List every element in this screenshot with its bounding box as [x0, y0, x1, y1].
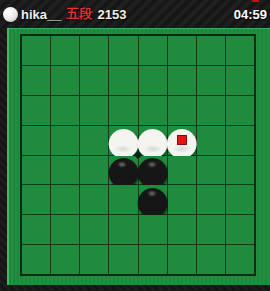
- board-cell-g2[interactable]: [197, 66, 225, 95]
- board-cell-d7[interactable]: [109, 215, 137, 244]
- board-cell-c1[interactable]: [80, 36, 108, 65]
- board-cell-d3[interactable]: [109, 96, 137, 125]
- board-cell-h7[interactable]: [226, 215, 254, 244]
- board-cell-a5[interactable]: [22, 156, 50, 185]
- board-cell-a4[interactable]: [22, 126, 50, 155]
- player-clock: 04:59: [234, 7, 267, 22]
- board-cell-c6[interactable]: [80, 185, 108, 214]
- othello-board: ●●●●●●: [20, 34, 256, 276]
- board-cell-c7[interactable]: [80, 215, 108, 244]
- board-cell-f2[interactable]: [168, 66, 196, 95]
- board-cell-c4[interactable]: [80, 126, 108, 155]
- board-cell-e3[interactable]: [139, 96, 167, 125]
- black-disc: ●: [109, 156, 137, 185]
- board-cell-d6[interactable]: [109, 185, 137, 214]
- board-cell-h8[interactable]: [226, 245, 254, 274]
- black-disc: ●: [139, 156, 167, 185]
- board-cell-d2[interactable]: [109, 66, 137, 95]
- board-cell-e2[interactable]: [139, 66, 167, 95]
- player-disc-color-icon: [3, 7, 18, 22]
- last-move-marker: [177, 135, 187, 145]
- board-cell-b3[interactable]: [51, 96, 79, 125]
- board-cell-f5[interactable]: [168, 156, 196, 185]
- player-rank: 五段: [66, 5, 92, 23]
- board-cell-c3[interactable]: [80, 96, 108, 125]
- board-cell-b1[interactable]: [51, 36, 79, 65]
- board-cell-e6[interactable]: ●: [139, 185, 167, 214]
- board-cell-h5[interactable]: [226, 156, 254, 185]
- board-panel: ●●●●●●: [7, 28, 270, 285]
- board-cell-f8[interactable]: [168, 245, 196, 274]
- board-cell-b7[interactable]: [51, 215, 79, 244]
- timer-tick-mark: [252, 0, 259, 2]
- board-cell-g1[interactable]: [197, 36, 225, 65]
- board-cell-a1[interactable]: [22, 36, 50, 65]
- board-cell-g4[interactable]: [197, 126, 225, 155]
- black-disc: ●: [139, 185, 167, 214]
- board-cell-d8[interactable]: [109, 245, 137, 274]
- board-cell-f4[interactable]: ●: [168, 126, 196, 155]
- board-cell-d1[interactable]: [109, 36, 137, 65]
- board-cell-c5[interactable]: [80, 156, 108, 185]
- game-screen: hika__ 五段 2153 04:59 ●●●●●●: [0, 0, 270, 291]
- board-cell-f6[interactable]: [168, 185, 196, 214]
- board-cell-e8[interactable]: [139, 245, 167, 274]
- board-cell-h3[interactable]: [226, 96, 254, 125]
- board-cell-b6[interactable]: [51, 185, 79, 214]
- white-disc: ●: [109, 126, 137, 155]
- board-cell-d5[interactable]: ●: [109, 156, 137, 185]
- board-cell-b8[interactable]: [51, 245, 79, 274]
- opponent-info-bar: hika__ 五段 2153 04:59: [0, 0, 270, 28]
- board-cell-h1[interactable]: [226, 36, 254, 65]
- board-cell-a7[interactable]: [22, 215, 50, 244]
- board-cell-f1[interactable]: [168, 36, 196, 65]
- board-cell-g3[interactable]: [197, 96, 225, 125]
- board-cell-e4[interactable]: ●: [139, 126, 167, 155]
- board-cell-g6[interactable]: [197, 185, 225, 214]
- board-cell-b5[interactable]: [51, 156, 79, 185]
- board-cell-h2[interactable]: [226, 66, 254, 95]
- player-name: hika__: [21, 7, 61, 22]
- board-cell-e5[interactable]: ●: [139, 156, 167, 185]
- board-cell-c2[interactable]: [80, 66, 108, 95]
- board-cell-h6[interactable]: [226, 185, 254, 214]
- board-cell-e7[interactable]: [139, 215, 167, 244]
- board-cell-a6[interactable]: [22, 185, 50, 214]
- board-cell-a2[interactable]: [22, 66, 50, 95]
- board-cell-f3[interactable]: [168, 96, 196, 125]
- board-cell-e1[interactable]: [139, 36, 167, 65]
- board-cell-g8[interactable]: [197, 245, 225, 274]
- board-cell-d4[interactable]: ●: [109, 126, 137, 155]
- board-cell-c8[interactable]: [80, 245, 108, 274]
- white-disc: ●: [139, 126, 167, 155]
- board-cell-g7[interactable]: [197, 215, 225, 244]
- board-cell-f7[interactable]: [168, 215, 196, 244]
- board-cell-b2[interactable]: [51, 66, 79, 95]
- board-cell-a3[interactable]: [22, 96, 50, 125]
- board-cell-b4[interactable]: [51, 126, 79, 155]
- board-cell-a8[interactable]: [22, 245, 50, 274]
- board-cell-h4[interactable]: [226, 126, 254, 155]
- player-rating: 2153: [97, 7, 126, 22]
- board-cell-g5[interactable]: [197, 156, 225, 185]
